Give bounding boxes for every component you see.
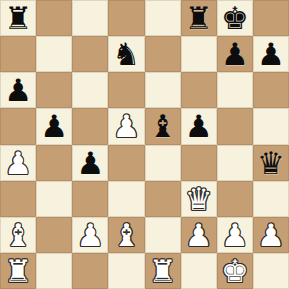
black-pawn-icon[interactable]: ♟ [40,108,68,144]
white-pawn-icon[interactable]: ♟ [221,217,249,253]
square-f6[interactable] [181,72,217,108]
square-g2[interactable]: ♟ [217,217,253,253]
square-b7[interactable] [36,36,72,72]
square-h8[interactable] [253,0,289,36]
black-rook-icon[interactable]: ♜ [4,0,32,36]
white-queen-icon[interactable]: ♛ [185,181,213,217]
square-g5[interactable] [217,108,253,144]
chess-board: ♜♜♚♞♟♟♟♟♟♝♟♟♟♛♛♝♟♝♟♟♟♜♜♚ [0,0,289,289]
white-pawn-icon[interactable]: ♟ [185,217,213,253]
square-g4[interactable] [217,145,253,181]
square-d1[interactable] [108,253,144,289]
square-e1[interactable]: ♜ [145,253,181,289]
square-a8[interactable]: ♜ [0,0,36,36]
square-g7[interactable]: ♟ [217,36,253,72]
square-g6[interactable] [217,72,253,108]
white-king-icon[interactable]: ♚ [221,253,249,289]
square-h4[interactable]: ♛ [253,145,289,181]
square-e5[interactable]: ♝ [145,108,181,144]
black-pawn-icon[interactable]: ♟ [4,72,32,108]
square-c5[interactable] [72,108,108,144]
square-h5[interactable] [253,108,289,144]
black-bishop-icon[interactable]: ♝ [149,108,177,144]
square-g8[interactable]: ♚ [217,0,253,36]
square-d4[interactable] [108,145,144,181]
square-c1[interactable] [72,253,108,289]
square-h2[interactable]: ♟ [253,217,289,253]
square-h3[interactable] [253,181,289,217]
black-knight-icon[interactable]: ♞ [113,36,141,72]
black-pawn-icon[interactable]: ♟ [76,145,104,181]
black-pawn-icon[interactable]: ♟ [221,36,249,72]
square-a6[interactable]: ♟ [0,72,36,108]
square-f1[interactable] [181,253,217,289]
square-d8[interactable] [108,0,144,36]
square-c7[interactable] [72,36,108,72]
square-e6[interactable] [145,72,181,108]
black-rook-icon[interactable]: ♜ [185,0,213,36]
white-rook-icon[interactable]: ♜ [149,253,177,289]
square-a7[interactable] [0,36,36,72]
square-f8[interactable]: ♜ [181,0,217,36]
square-a1[interactable]: ♜ [0,253,36,289]
square-b4[interactable] [36,145,72,181]
square-c4[interactable]: ♟ [72,145,108,181]
black-pawn-icon[interactable]: ♟ [185,108,213,144]
square-h6[interactable] [253,72,289,108]
square-a2[interactable]: ♝ [0,217,36,253]
square-f3[interactable]: ♛ [181,181,217,217]
black-queen-icon[interactable]: ♛ [257,145,285,181]
square-f2[interactable]: ♟ [181,217,217,253]
square-g1[interactable]: ♚ [217,253,253,289]
square-e2[interactable] [145,217,181,253]
square-d6[interactable] [108,72,144,108]
white-pawn-icon[interactable]: ♟ [4,145,32,181]
square-f4[interactable] [181,145,217,181]
square-b6[interactable] [36,72,72,108]
square-g3[interactable] [217,181,253,217]
square-e3[interactable] [145,181,181,217]
square-a3[interactable] [0,181,36,217]
square-b1[interactable] [36,253,72,289]
white-pawn-icon[interactable]: ♟ [113,108,141,144]
square-d5[interactable]: ♟ [108,108,144,144]
square-d3[interactable] [108,181,144,217]
square-c2[interactable]: ♟ [72,217,108,253]
square-b3[interactable] [36,181,72,217]
square-b2[interactable] [36,217,72,253]
square-d7[interactable]: ♞ [108,36,144,72]
square-f7[interactable] [181,36,217,72]
black-king-icon[interactable]: ♚ [221,0,249,36]
square-c6[interactable] [72,72,108,108]
square-e4[interactable] [145,145,181,181]
white-rook-icon[interactable]: ♜ [4,253,32,289]
square-f5[interactable]: ♟ [181,108,217,144]
square-c3[interactable] [72,181,108,217]
square-h7[interactable]: ♟ [253,36,289,72]
square-a5[interactable] [0,108,36,144]
square-a4[interactable]: ♟ [0,145,36,181]
white-bishop-icon[interactable]: ♝ [4,217,32,253]
square-e7[interactable] [145,36,181,72]
square-c8[interactable] [72,0,108,36]
white-bishop-icon[interactable]: ♝ [113,217,141,253]
white-pawn-icon[interactable]: ♟ [257,217,285,253]
square-h1[interactable] [253,253,289,289]
square-b8[interactable] [36,0,72,36]
square-b5[interactable]: ♟ [36,108,72,144]
square-d2[interactable]: ♝ [108,217,144,253]
white-pawn-icon[interactable]: ♟ [76,217,104,253]
square-e8[interactable] [145,0,181,36]
black-pawn-icon[interactable]: ♟ [257,36,285,72]
